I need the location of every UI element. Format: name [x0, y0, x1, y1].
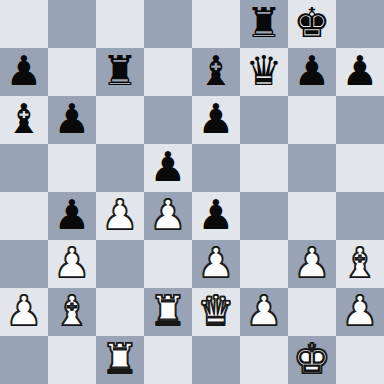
square-e1[interactable] [192, 336, 240, 384]
square-e8[interactable] [192, 0, 240, 48]
square-a1[interactable] [0, 336, 48, 384]
square-b1[interactable] [48, 336, 96, 384]
white-pawn-icon: ♟ [6, 287, 43, 335]
black-pawn-icon: ♟ [342, 47, 379, 95]
black-pawn-icon: ♟ [198, 191, 235, 239]
square-f8[interactable]: ♜ [240, 0, 288, 48]
square-d6[interactable] [144, 96, 192, 144]
square-e3[interactable]: ♟ [192, 240, 240, 288]
square-g5[interactable] [288, 144, 336, 192]
black-pawn-icon: ♟ [6, 47, 43, 95]
square-e5[interactable] [192, 144, 240, 192]
square-c5[interactable] [96, 144, 144, 192]
square-g2[interactable] [288, 288, 336, 336]
square-e2[interactable]: ♛ [192, 288, 240, 336]
white-pawn-icon: ♟ [198, 239, 235, 287]
square-g3[interactable]: ♟ [288, 240, 336, 288]
black-pawn-icon: ♟ [54, 95, 91, 143]
white-pawn-icon: ♟ [150, 191, 187, 239]
white-pawn-icon: ♟ [54, 239, 91, 287]
square-d1[interactable] [144, 336, 192, 384]
square-f7[interactable]: ♛ [240, 48, 288, 96]
square-h1[interactable] [336, 336, 384, 384]
square-d4[interactable]: ♟ [144, 192, 192, 240]
white-king-icon: ♚ [294, 335, 331, 383]
black-pawn-icon: ♟ [294, 47, 331, 95]
square-f6[interactable] [240, 96, 288, 144]
square-h8[interactable] [336, 0, 384, 48]
square-g6[interactable] [288, 96, 336, 144]
square-f2[interactable]: ♟ [240, 288, 288, 336]
black-rook-icon: ♜ [102, 47, 139, 95]
square-f1[interactable] [240, 336, 288, 384]
square-h5[interactable] [336, 144, 384, 192]
square-b5[interactable] [48, 144, 96, 192]
square-h2[interactable]: ♟ [336, 288, 384, 336]
white-rook-icon: ♜ [150, 287, 187, 335]
square-g7[interactable]: ♟ [288, 48, 336, 96]
square-c7[interactable]: ♜ [96, 48, 144, 96]
square-b6[interactable]: ♟ [48, 96, 96, 144]
white-pawn-icon: ♟ [342, 287, 379, 335]
square-d8[interactable] [144, 0, 192, 48]
black-bishop-icon: ♝ [6, 95, 43, 143]
square-f4[interactable] [240, 192, 288, 240]
square-a7[interactable]: ♟ [0, 48, 48, 96]
square-h3[interactable]: ♝ [336, 240, 384, 288]
black-pawn-icon: ♟ [150, 143, 187, 191]
square-b4[interactable]: ♟ [48, 192, 96, 240]
square-g4[interactable] [288, 192, 336, 240]
chess-board: ♜♚♟♜♝♛♟♟♝♟♟♟♟♟♟♟♟♟♟♝♟♝♜♛♟♟♜♚ [0, 0, 384, 384]
square-c2[interactable] [96, 288, 144, 336]
square-a5[interactable] [0, 144, 48, 192]
square-d5[interactable]: ♟ [144, 144, 192, 192]
square-h4[interactable] [336, 192, 384, 240]
square-e6[interactable]: ♟ [192, 96, 240, 144]
black-pawn-icon: ♟ [54, 191, 91, 239]
square-f5[interactable] [240, 144, 288, 192]
square-a4[interactable] [0, 192, 48, 240]
square-c1[interactable]: ♜ [96, 336, 144, 384]
white-pawn-icon: ♟ [102, 191, 139, 239]
black-rook-icon: ♜ [246, 0, 283, 47]
square-h6[interactable] [336, 96, 384, 144]
square-d3[interactable] [144, 240, 192, 288]
white-bishop-icon: ♝ [342, 239, 379, 287]
square-h7[interactable]: ♟ [336, 48, 384, 96]
square-e4[interactable]: ♟ [192, 192, 240, 240]
square-d7[interactable] [144, 48, 192, 96]
black-king-icon: ♚ [294, 0, 331, 47]
square-c3[interactable] [96, 240, 144, 288]
black-pawn-icon: ♟ [198, 95, 235, 143]
white-pawn-icon: ♟ [294, 239, 331, 287]
square-b8[interactable] [48, 0, 96, 48]
square-c4[interactable]: ♟ [96, 192, 144, 240]
square-d2[interactable]: ♜ [144, 288, 192, 336]
square-c8[interactable] [96, 0, 144, 48]
square-g1[interactable]: ♚ [288, 336, 336, 384]
white-queen-icon: ♛ [198, 287, 235, 335]
white-rook-icon: ♜ [102, 335, 139, 383]
square-a3[interactable] [0, 240, 48, 288]
square-b7[interactable] [48, 48, 96, 96]
white-pawn-icon: ♟ [246, 287, 283, 335]
square-a6[interactable]: ♝ [0, 96, 48, 144]
square-a8[interactable] [0, 0, 48, 48]
square-c6[interactable] [96, 96, 144, 144]
white-bishop-icon: ♝ [54, 287, 91, 335]
square-f3[interactable] [240, 240, 288, 288]
square-e7[interactable]: ♝ [192, 48, 240, 96]
black-bishop-icon: ♝ [198, 47, 235, 95]
square-a2[interactable]: ♟ [0, 288, 48, 336]
square-g8[interactable]: ♚ [288, 0, 336, 48]
black-queen-icon: ♛ [246, 47, 283, 95]
square-b3[interactable]: ♟ [48, 240, 96, 288]
square-b2[interactable]: ♝ [48, 288, 96, 336]
